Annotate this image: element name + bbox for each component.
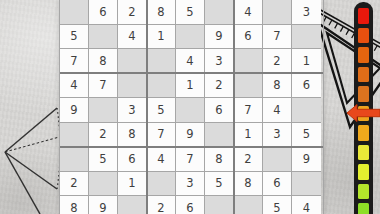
sudoku-cells: 6285435419677843214712869356742879135564… — [60, 0, 323, 214]
cell-r5c4[interactable]: 5 — [147, 98, 176, 123]
cell-r1c5[interactable]: 5 — [176, 0, 205, 25]
cell-r4c1[interactable]: 4 — [60, 74, 89, 99]
cell-r3c1[interactable]: 7 — [60, 49, 89, 74]
cone-sketch-icon — [5, 108, 60, 214]
cell-r2c3[interactable]: 4 — [118, 25, 147, 50]
cell-r8c8[interactable]: 6 — [263, 172, 292, 197]
gauge-segments — [358, 8, 369, 214]
cell-r2c5[interactable] — [176, 25, 205, 50]
cell-r1c8[interactable] — [263, 0, 292, 25]
cell-r7c8[interactable] — [263, 147, 292, 172]
cell-r5c7[interactable]: 7 — [234, 98, 263, 123]
cell-r4c4[interactable] — [147, 74, 176, 99]
gauge-segment-6 — [358, 106, 369, 122]
cell-r3c3[interactable] — [118, 49, 147, 74]
gauge-segment-3 — [358, 47, 369, 63]
cell-r7c1[interactable] — [60, 147, 89, 172]
cell-r3c2[interactable]: 8 — [89, 49, 118, 74]
cell-r4c8[interactable]: 8 — [263, 74, 292, 99]
sudoku-grid: 6285435419677843214712869356742879135564… — [59, 0, 324, 214]
cell-r2c4[interactable]: 1 — [147, 25, 176, 50]
cell-r1c3[interactable]: 2 — [118, 0, 147, 25]
gauge-segment-5 — [358, 86, 369, 102]
cell-r6c9[interactable]: 5 — [292, 123, 321, 148]
cell-r7c4[interactable]: 4 — [147, 147, 176, 172]
cell-r9c5[interactable]: 6 — [176, 196, 205, 214]
cell-r5c5[interactable] — [176, 98, 205, 123]
gauge-segment-4 — [358, 67, 369, 83]
cell-r9c3[interactable] — [118, 196, 147, 214]
cell-r6c8[interactable]: 3 — [263, 123, 292, 148]
cell-r3c9[interactable]: 1 — [292, 49, 321, 74]
gauge-segment-8 — [358, 145, 369, 161]
cell-r3c6[interactable]: 3 — [205, 49, 234, 74]
cell-r8c3[interactable]: 1 — [118, 172, 147, 197]
cell-r1c9[interactable]: 3 — [292, 0, 321, 25]
cell-r9c4[interactable]: 2 — [147, 196, 176, 214]
cell-r8c1[interactable]: 2 — [60, 172, 89, 197]
cell-r9c1[interactable]: 8 — [60, 196, 89, 214]
cell-r2c2[interactable] — [89, 25, 118, 50]
cell-r3c4[interactable] — [147, 49, 176, 74]
gauge-segment-10 — [358, 184, 369, 200]
cell-r3c8[interactable]: 2 — [263, 49, 292, 74]
gauge-segment-1 — [358, 8, 369, 24]
cell-r1c7[interactable]: 4 — [234, 0, 263, 25]
cell-r6c5[interactable]: 9 — [176, 123, 205, 148]
gauge-segment-9 — [358, 164, 369, 180]
gauge-segment-7 — [358, 125, 369, 141]
cell-r6c3[interactable]: 8 — [118, 123, 147, 148]
cell-r9c8[interactable]: 5 — [263, 196, 292, 214]
cell-r9c2[interactable]: 9 — [89, 196, 118, 214]
cell-r6c7[interactable]: 1 — [234, 123, 263, 148]
cell-r5c3[interactable]: 3 — [118, 98, 147, 123]
cell-r7c2[interactable]: 5 — [89, 147, 118, 172]
cell-r6c2[interactable]: 2 — [89, 123, 118, 148]
cell-r4c7[interactable] — [234, 74, 263, 99]
cell-r4c9[interactable]: 6 — [292, 74, 321, 99]
cell-r4c3[interactable] — [118, 74, 147, 99]
cell-r7c5[interactable]: 7 — [176, 147, 205, 172]
cell-r1c4[interactable]: 8 — [147, 0, 176, 25]
cell-r4c2[interactable]: 7 — [89, 74, 118, 99]
cell-r9c9[interactable]: 4 — [292, 196, 321, 214]
cell-r8c6[interactable]: 5 — [205, 172, 234, 197]
gauge-segment-11 — [358, 203, 369, 214]
cell-r2c7[interactable]: 6 — [234, 25, 263, 50]
cell-r4c5[interactable]: 1 — [176, 74, 205, 99]
cell-r5c2[interactable] — [89, 98, 118, 123]
cell-r5c6[interactable]: 6 — [205, 98, 234, 123]
cell-r6c1[interactable] — [60, 123, 89, 148]
cell-r6c4[interactable]: 7 — [147, 123, 176, 148]
cell-r3c7[interactable] — [234, 49, 263, 74]
cell-r4c6[interactable]: 2 — [205, 74, 234, 99]
cell-r3c5[interactable]: 4 — [176, 49, 205, 74]
sudoku-worksheet: 6285435419677843214712869356742879135564… — [0, 0, 380, 214]
cell-r9c6[interactable] — [205, 196, 234, 214]
cell-r5c9[interactable] — [292, 98, 321, 123]
gauge-segment-2 — [358, 28, 369, 44]
cell-r8c5[interactable]: 3 — [176, 172, 205, 197]
cell-r8c2[interactable] — [89, 172, 118, 197]
cell-r1c2[interactable]: 6 — [89, 0, 118, 25]
level-gauge — [354, 2, 373, 214]
cell-r8c9[interactable] — [292, 172, 321, 197]
cell-r6c6[interactable] — [205, 123, 234, 148]
cell-r8c4[interactable] — [147, 172, 176, 197]
cell-r1c6[interactable] — [205, 0, 234, 25]
cell-r2c6[interactable]: 9 — [205, 25, 234, 50]
cell-r5c1[interactable]: 9 — [60, 98, 89, 123]
cell-r1c1[interactable] — [60, 0, 89, 25]
cell-r7c7[interactable]: 2 — [234, 147, 263, 172]
cell-r7c9[interactable]: 9 — [292, 147, 321, 172]
cell-r2c9[interactable] — [292, 25, 321, 50]
cell-r8c7[interactable]: 8 — [234, 172, 263, 197]
cell-r7c3[interactable]: 6 — [118, 147, 147, 172]
cell-r7c6[interactable]: 8 — [205, 147, 234, 172]
cell-r9c7[interactable] — [234, 196, 263, 214]
cell-r2c1[interactable]: 5 — [60, 25, 89, 50]
cell-r2c8[interactable]: 7 — [263, 25, 292, 50]
cell-r5c8[interactable]: 4 — [263, 98, 292, 123]
